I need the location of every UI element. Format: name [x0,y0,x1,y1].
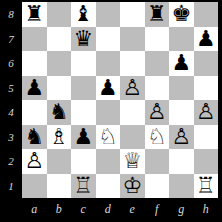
square-f5[interactable] [145,76,170,101]
square-f3[interactable]: ♘ [145,125,170,150]
square-c4[interactable] [71,100,96,125]
piece-white-knight: ♘ [147,125,167,150]
square-g2[interactable] [169,149,194,174]
square-h6[interactable] [194,51,219,76]
file-label-c: c [71,198,96,222]
piece-black-pawn: ♟ [24,76,44,101]
square-c3[interactable]: ♟ [71,125,96,150]
file-label-e: e [120,198,145,222]
piece-black-bishop: ♝ [73,2,93,27]
square-e3[interactable] [120,125,145,150]
file-label-a: a [22,198,47,222]
file-labels: abcdefgh [22,198,218,222]
square-e4[interactable] [120,100,145,125]
piece-white-pawn: ♙ [122,76,142,101]
square-b5[interactable] [47,76,72,101]
rank-label-2: 2 [0,149,22,174]
square-d3[interactable]: ♘ [96,125,121,150]
piece-white-pawn: ♙ [24,149,44,174]
square-e8[interactable] [120,2,145,27]
rank-label-3: 3 [0,125,22,150]
piece-white-queen: ♕ [122,149,142,174]
square-d6[interactable] [96,51,121,76]
square-h3[interactable] [194,125,219,150]
square-b7[interactable] [47,27,72,52]
square-g4[interactable] [169,100,194,125]
square-d4[interactable] [96,100,121,125]
piece-white-rook: ♖ [196,174,216,199]
square-h7[interactable]: ♟ [194,27,219,52]
square-c7[interactable]: ♛ [71,27,96,52]
piece-black-pawn: ♟ [98,76,118,101]
square-d5[interactable]: ♟ [96,76,121,101]
piece-black-pawn: ♟ [171,51,191,76]
square-d2[interactable] [96,149,121,174]
piece-black-knight: ♞ [49,100,69,125]
square-b6[interactable] [47,51,72,76]
square-f1[interactable] [145,174,170,199]
piece-black-rook: ♜ [147,2,167,27]
square-b1[interactable] [47,174,72,199]
square-e5[interactable]: ♙ [120,76,145,101]
board-right-border [218,0,222,222]
chess-diagram: 87654321 ♜♝♜♚♛♟♟♟♟♙♞♙♙♞♗♟♘♘♙♙♕♖♔♖ abcdef… [0,0,222,222]
square-f8[interactable]: ♜ [145,2,170,27]
rank-label-1: 1 [0,174,22,199]
square-a7[interactable] [22,27,47,52]
square-a3[interactable]: ♞ [22,125,47,150]
square-a6[interactable] [22,51,47,76]
square-a4[interactable] [22,100,47,125]
piece-white-knight: ♘ [98,125,118,150]
square-g8[interactable]: ♚ [169,2,194,27]
square-e2[interactable]: ♕ [120,149,145,174]
square-a2[interactable]: ♙ [22,149,47,174]
square-f4[interactable]: ♙ [145,100,170,125]
square-h5[interactable] [194,76,219,101]
piece-white-pawn: ♙ [171,125,191,150]
file-label-d: d [96,198,121,222]
piece-white-rook: ♖ [73,174,93,199]
square-a5[interactable]: ♟ [22,76,47,101]
square-d1[interactable] [96,174,121,199]
file-label-h: h [194,198,219,222]
square-h2[interactable] [194,149,219,174]
square-h1[interactable]: ♖ [194,174,219,199]
square-g6[interactable]: ♟ [169,51,194,76]
square-a8[interactable]: ♜ [22,2,47,27]
file-label-b: b [47,198,72,222]
rank-label-7: 7 [0,27,22,52]
square-f7[interactable] [145,27,170,52]
rank-label-8: 8 [0,2,22,27]
square-g1[interactable] [169,174,194,199]
piece-white-king: ♔ [122,174,142,199]
square-c5[interactable] [71,76,96,101]
square-e7[interactable] [120,27,145,52]
piece-black-queen: ♛ [73,27,93,52]
square-a1[interactable] [22,174,47,199]
square-b2[interactable] [47,149,72,174]
square-g3[interactable]: ♙ [169,125,194,150]
piece-white-pawn: ♙ [147,100,167,125]
piece-white-bishop: ♗ [49,125,69,150]
square-g7[interactable] [169,27,194,52]
square-f6[interactable] [145,51,170,76]
square-h4[interactable]: ♙ [194,100,219,125]
square-b3[interactable]: ♗ [47,125,72,150]
file-label-f: f [145,198,170,222]
file-label-g: g [169,198,194,222]
piece-white-pawn: ♙ [196,100,216,125]
square-d7[interactable] [96,27,121,52]
piece-black-knight: ♞ [24,125,44,150]
chess-board: ♜♝♜♚♛♟♟♟♟♙♞♙♙♞♗♟♘♘♙♙♕♖♔♖ [22,2,218,198]
square-c2[interactable] [71,149,96,174]
square-f2[interactable] [145,149,170,174]
square-c1[interactable]: ♖ [71,174,96,199]
rank-label-6: 6 [0,51,22,76]
square-h8[interactable] [194,2,219,27]
square-d8[interactable] [96,2,121,27]
square-g5[interactable] [169,76,194,101]
square-e6[interactable] [120,51,145,76]
square-c6[interactable] [71,51,96,76]
square-e1[interactable]: ♔ [120,174,145,199]
piece-black-pawn: ♟ [73,125,93,150]
piece-black-king: ♚ [171,2,191,27]
rank-label-4: 4 [0,100,22,125]
square-b4[interactable]: ♞ [47,100,72,125]
square-b8[interactable] [47,2,72,27]
rank-label-5: 5 [0,76,22,101]
rank-labels: 87654321 [0,2,22,198]
piece-black-rook: ♜ [24,2,44,27]
piece-black-pawn: ♟ [196,27,216,52]
square-c8[interactable]: ♝ [71,2,96,27]
